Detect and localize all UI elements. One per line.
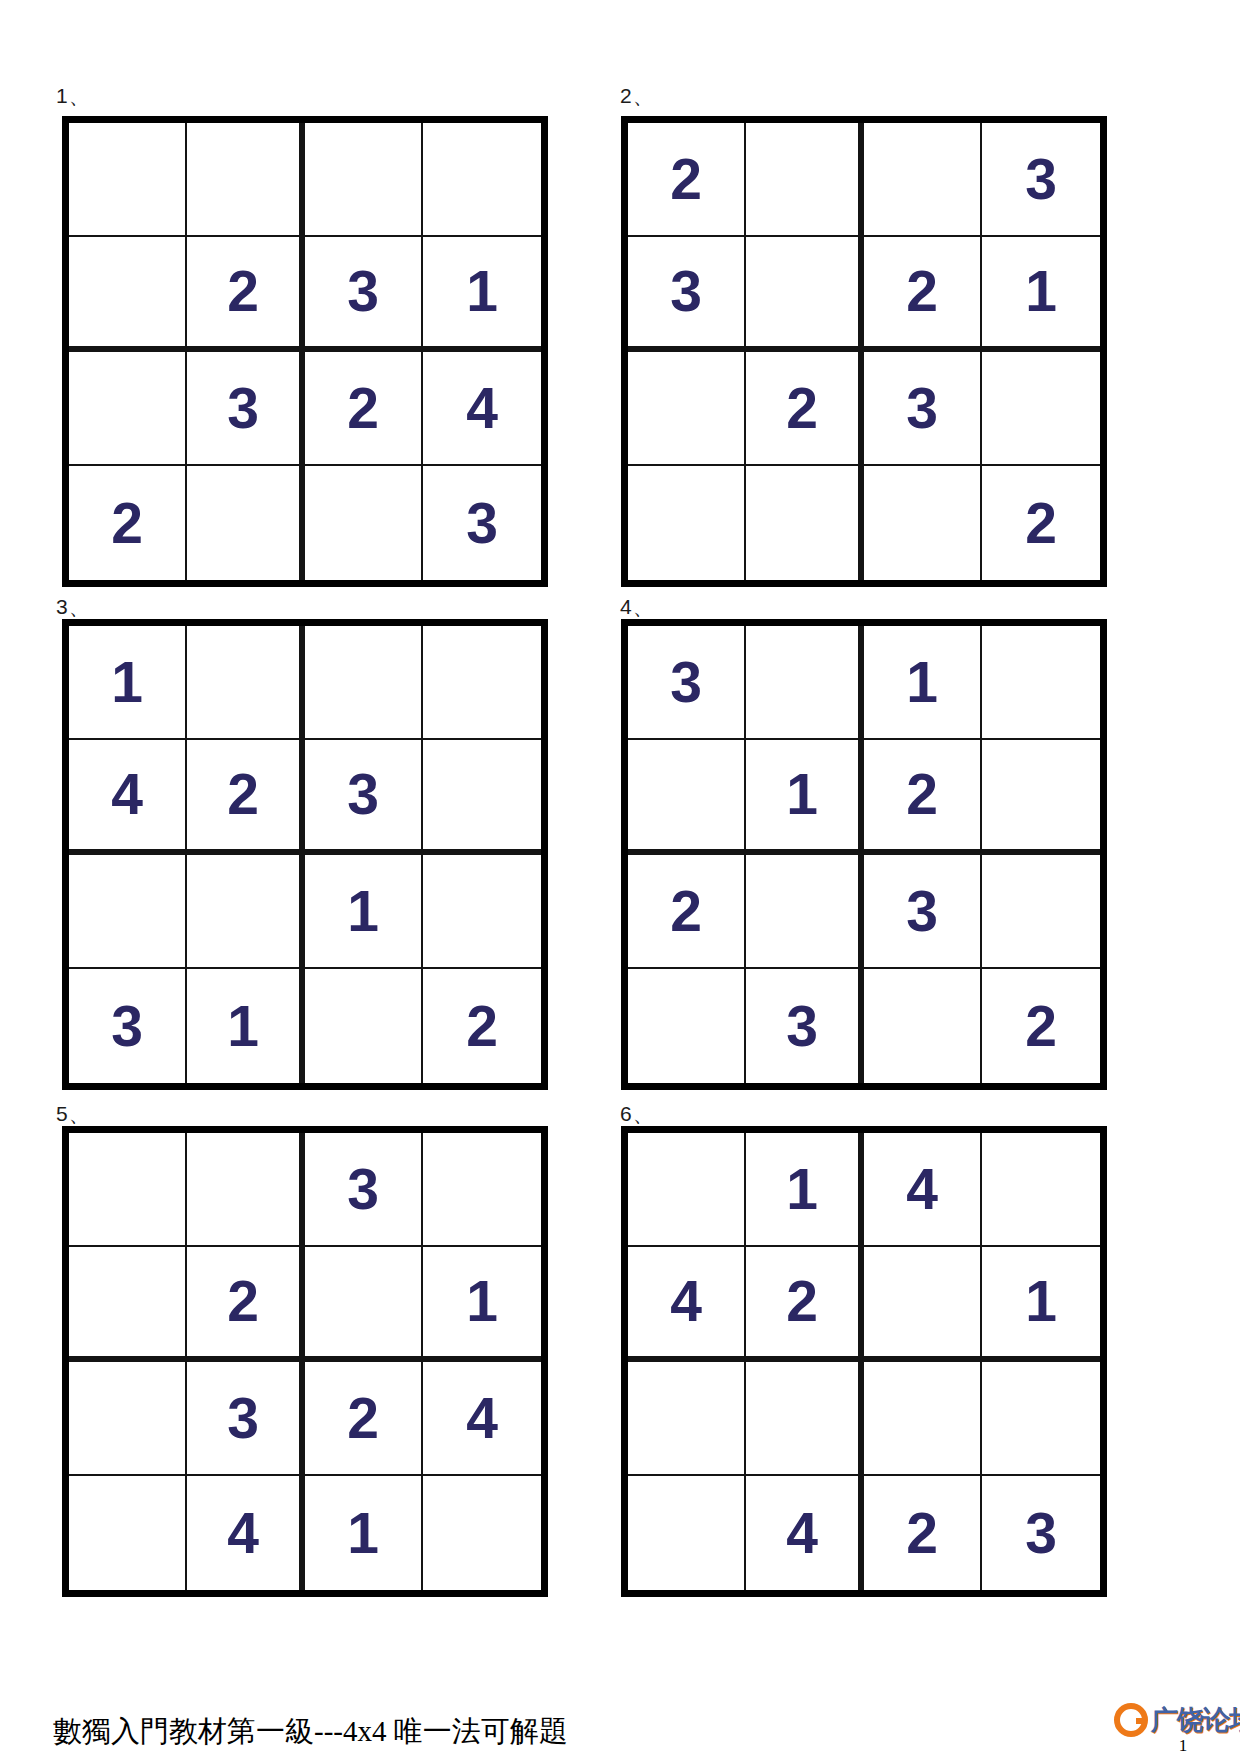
sudoku-cell-r4c1 — [628, 1476, 746, 1590]
logo-ring-icon — [1114, 1703, 1148, 1737]
sudoku-cell-r3c4: 4 — [423, 1362, 541, 1476]
sudoku-cell-r4c4: 2 — [982, 969, 1100, 1083]
sudoku-cell-r1c2 — [187, 1133, 305, 1247]
sudoku-cell-r1c4 — [423, 123, 541, 237]
sudoku-cell-r2c1: 4 — [628, 1247, 746, 1361]
sudoku-cell-r1c4 — [423, 1133, 541, 1247]
sudoku-cell-r1c1 — [69, 123, 187, 237]
sudoku-cell-r4c1: 2 — [69, 466, 187, 580]
sudoku-cell-r4c1: 3 — [69, 969, 187, 1083]
sudoku-cell-r4c3: 2 — [864, 1476, 982, 1590]
sudoku-cell-r3c2: 3 — [187, 1362, 305, 1476]
sudoku-cell-r2c1: 3 — [628, 237, 746, 351]
puzzle-3-board: 14231312 — [62, 619, 548, 1090]
sudoku-cell-r3c2: 3 — [187, 352, 305, 466]
sudoku-cell-r2c4 — [982, 740, 1100, 854]
sudoku-cell-r1c4 — [423, 626, 541, 740]
sudoku-cell-r3c3: 3 — [864, 855, 982, 969]
sudoku-cell-r4c2: 4 — [187, 1476, 305, 1590]
sudoku-cell-r1c3 — [305, 123, 423, 237]
sudoku-cell-r2c2: 2 — [746, 1247, 864, 1361]
sudoku-cell-r2c1: 4 — [69, 740, 187, 854]
sudoku-cell-r2c3 — [305, 1247, 423, 1361]
sudoku-cell-r1c2: 1 — [746, 1133, 864, 1247]
sudoku-cell-r4c4: 3 — [982, 1476, 1100, 1590]
sudoku-cell-r1c2 — [746, 626, 864, 740]
sudoku-cell-r1c4 — [982, 626, 1100, 740]
sudoku-cell-r1c2 — [187, 626, 305, 740]
sudoku-cell-r1c2 — [187, 123, 305, 237]
sudoku-cell-r2c1 — [628, 740, 746, 854]
sudoku-cell-r3c1: 2 — [628, 855, 746, 969]
sudoku-cell-r2c2: 2 — [187, 1247, 305, 1361]
sudoku-cell-r4c4 — [423, 1476, 541, 1590]
sudoku-cell-r1c3 — [305, 626, 423, 740]
sudoku-cell-r3c1 — [69, 352, 187, 466]
page-number: 1 — [1168, 1736, 1198, 1755]
sudoku-cell-r1c4 — [982, 1133, 1100, 1247]
sudoku-cell-r3c2: 2 — [746, 352, 864, 466]
sudoku-cell-r1c1 — [628, 1133, 746, 1247]
sudoku-cell-r1c3: 3 — [305, 1133, 423, 1247]
puzzle-6-board: 14421423 — [621, 1126, 1107, 1597]
sudoku-cell-r4c1 — [628, 466, 746, 580]
sudoku-cell-r4c1 — [69, 1476, 187, 1590]
sudoku-cell-r1c1: 2 — [628, 123, 746, 237]
sudoku-cell-r2c4: 1 — [423, 237, 541, 351]
sudoku-cell-r4c1 — [628, 969, 746, 1083]
footer-title: 數獨入門教材第一級---4x4 唯一法可解題 — [53, 1712, 568, 1752]
sudoku-cell-r3c3: 1 — [305, 855, 423, 969]
sudoku-cell-r3c4 — [423, 855, 541, 969]
sudoku-cell-r4c4: 3 — [423, 466, 541, 580]
sudoku-cell-r3c3: 2 — [305, 1362, 423, 1476]
sudoku-cell-r2c4: 1 — [982, 1247, 1100, 1361]
sudoku-cell-r2c1 — [69, 1247, 187, 1361]
puzzle-1-label: 1、 — [56, 82, 91, 110]
sudoku-cell-r1c3: 4 — [864, 1133, 982, 1247]
sudoku-cell-r3c1 — [628, 352, 746, 466]
sudoku-cell-r2c3 — [864, 1247, 982, 1361]
sudoku-cell-r2c2 — [746, 237, 864, 351]
puzzle-6-label: 6、 — [620, 1100, 655, 1128]
sudoku-cell-r2c3: 3 — [305, 740, 423, 854]
sudoku-cell-r2c3: 2 — [864, 740, 982, 854]
sudoku-cell-r1c1: 3 — [628, 626, 746, 740]
sudoku-cell-r4c4: 2 — [982, 466, 1100, 580]
sudoku-cell-r3c4: 4 — [423, 352, 541, 466]
sudoku-cell-r3c3 — [864, 1362, 982, 1476]
sudoku-cell-r4c2 — [187, 466, 305, 580]
sudoku-cell-r3c2 — [746, 1362, 864, 1476]
sudoku-cell-r3c1 — [69, 1362, 187, 1476]
sudoku-cell-r2c3: 3 — [305, 237, 423, 351]
sudoku-cell-r4c3 — [864, 466, 982, 580]
puzzle-2-board: 23321232 — [621, 116, 1107, 587]
logo-text: 广饶论坛 — [1151, 1702, 1240, 1738]
sudoku-cell-r2c4 — [423, 740, 541, 854]
sudoku-cell-r3c4 — [982, 1362, 1100, 1476]
puzzle-3-label: 3、 — [56, 593, 91, 621]
sudoku-cell-r1c1 — [69, 1133, 187, 1247]
sudoku-cell-r2c2: 1 — [746, 740, 864, 854]
sudoku-cell-r4c2 — [746, 466, 864, 580]
sudoku-cell-r2c4: 1 — [423, 1247, 541, 1361]
sudoku-cell-r2c4: 1 — [982, 237, 1100, 351]
sudoku-cell-r4c3: 1 — [305, 1476, 423, 1590]
sudoku-cell-r4c3 — [305, 466, 423, 580]
sudoku-cell-r4c2: 3 — [746, 969, 864, 1083]
sudoku-cell-r3c1 — [69, 855, 187, 969]
sudoku-cell-r4c2: 4 — [746, 1476, 864, 1590]
sudoku-cell-r2c2: 2 — [187, 740, 305, 854]
sudoku-cell-r3c4 — [982, 855, 1100, 969]
sudoku-cell-r4c2: 1 — [187, 969, 305, 1083]
sudoku-cell-r1c3 — [864, 123, 982, 237]
puzzle-5-board: 32132441 — [62, 1126, 548, 1597]
sudoku-worksheet-page: 1、 23132423 2、 23321232 3、 14231312 4、 3… — [0, 0, 1240, 1755]
sudoku-cell-r2c3: 2 — [864, 237, 982, 351]
sudoku-cell-r3c3: 2 — [305, 352, 423, 466]
sudoku-cell-r3c4 — [982, 352, 1100, 466]
sudoku-cell-r1c3: 1 — [864, 626, 982, 740]
sudoku-cell-r2c1 — [69, 237, 187, 351]
puzzle-1-board: 23132423 — [62, 116, 548, 587]
sudoku-cell-r4c3 — [864, 969, 982, 1083]
sudoku-cell-r4c4: 2 — [423, 969, 541, 1083]
sudoku-cell-r1c4: 3 — [982, 123, 1100, 237]
sudoku-cell-r1c1: 1 — [69, 626, 187, 740]
sudoku-cell-r3c2 — [746, 855, 864, 969]
site-logo: 广饶论坛 — [1114, 1700, 1240, 1740]
sudoku-cell-r3c1 — [628, 1362, 746, 1476]
sudoku-cell-r4c3 — [305, 969, 423, 1083]
puzzle-4-label: 4、 — [620, 593, 655, 621]
puzzle-2-label: 2、 — [620, 82, 655, 110]
puzzle-5-label: 5、 — [56, 1100, 91, 1128]
sudoku-cell-r2c2: 2 — [187, 237, 305, 351]
sudoku-cell-r1c2 — [746, 123, 864, 237]
sudoku-cell-r3c2 — [187, 855, 305, 969]
puzzle-4-board: 31122332 — [621, 619, 1107, 1090]
sudoku-cell-r3c3: 3 — [864, 352, 982, 466]
